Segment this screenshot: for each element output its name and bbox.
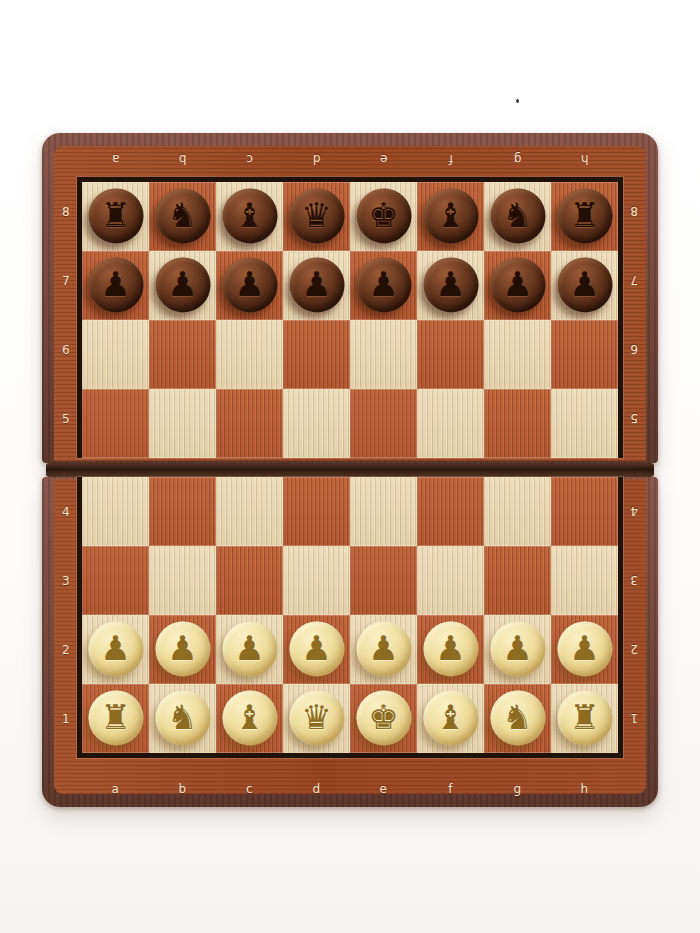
pawn-glyph: ♟ [234, 267, 264, 301]
queen-glyph: ♛ [301, 198, 331, 232]
file-label-bottom-d: d [283, 778, 350, 800]
rook-glyph: ♜ [569, 700, 599, 734]
piece-white-pawn-a2[interactable]: ♟ [88, 621, 143, 676]
rank-label-right-6: 6 [621, 315, 647, 384]
square-b3[interactable] [149, 546, 216, 615]
file-label-top-a: a [82, 148, 149, 170]
square-a7[interactable]: ♟ [82, 251, 149, 320]
square-b5[interactable] [149, 389, 216, 458]
file-label-bottom-f: f [417, 778, 484, 800]
square-e4[interactable] [350, 477, 417, 546]
dust-speck [516, 99, 519, 103]
file-label-top-d: d [283, 148, 350, 170]
square-e1[interactable]: ♚ [350, 684, 417, 753]
piece-black-queen-d8[interactable]: ♛ [289, 188, 344, 243]
piece-white-pawn-b2[interactable]: ♟ [155, 621, 210, 676]
square-f8[interactable]: ♝ [417, 182, 484, 251]
piece-white-knight-b1[interactable]: ♞ [155, 690, 210, 745]
file-label-bottom-c: c [216, 778, 283, 800]
pawn-glyph: ♟ [368, 267, 398, 301]
rook-glyph: ♜ [100, 198, 130, 232]
square-a5[interactable] [82, 389, 149, 458]
square-h5[interactable] [551, 389, 618, 458]
square-h1[interactable]: ♜ [551, 684, 618, 753]
file-label-top-c: c [216, 148, 283, 170]
square-e7[interactable]: ♟ [350, 251, 417, 320]
square-f6[interactable] [417, 320, 484, 389]
board-top-half: abcdefgh 8765 8765 ♜♞♝♛♚♝♞♜♟♟♟♟♟♟♟♟ [42, 133, 658, 463]
square-a4[interactable] [82, 477, 149, 546]
pawn-glyph: ♟ [167, 267, 197, 301]
piece-white-pawn-c2[interactable]: ♟ [222, 621, 277, 676]
piece-black-bishop-f8[interactable]: ♝ [423, 188, 478, 243]
piece-black-pawn-h7[interactable]: ♟ [557, 257, 612, 312]
piece-white-rook-a1[interactable]: ♜ [88, 690, 143, 745]
piece-white-bishop-f1[interactable]: ♝ [423, 690, 478, 745]
piece-white-rook-h1[interactable]: ♜ [557, 690, 612, 745]
rank-label-left-4: 4 [53, 477, 79, 546]
square-g8[interactable]: ♞ [484, 182, 551, 251]
rook-glyph: ♜ [569, 198, 599, 232]
squares-grid-top: ♜♞♝♛♚♝♞♜♟♟♟♟♟♟♟♟ [82, 182, 618, 458]
square-b8[interactable]: ♞ [149, 182, 216, 251]
square-e6[interactable] [350, 320, 417, 389]
pawn-glyph: ♟ [502, 631, 532, 665]
file-label-bottom-h: h [551, 778, 618, 800]
piece-black-knight-g8[interactable]: ♞ [490, 188, 545, 243]
piece-black-rook-a8[interactable]: ♜ [88, 188, 143, 243]
pawn-glyph: ♟ [569, 267, 599, 301]
piece-black-pawn-g7[interactable]: ♟ [490, 257, 545, 312]
square-a8[interactable]: ♜ [82, 182, 149, 251]
pawn-glyph: ♟ [368, 631, 398, 665]
file-label-top-h: h [551, 148, 618, 170]
file-label-bottom-g: g [484, 778, 551, 800]
square-f5[interactable] [417, 389, 484, 458]
square-g2[interactable]: ♟ [484, 615, 551, 684]
square-c7[interactable]: ♟ [216, 251, 283, 320]
square-c6[interactable] [216, 320, 283, 389]
squares-grid-bottom: ♟♟♟♟♟♟♟♟♜♞♝♛♚♝♞♜ [82, 477, 618, 753]
square-h7[interactable]: ♟ [551, 251, 618, 320]
square-b6[interactable] [149, 320, 216, 389]
square-b7[interactable]: ♟ [149, 251, 216, 320]
queen-glyph: ♛ [301, 700, 331, 734]
square-d4[interactable] [283, 477, 350, 546]
square-b2[interactable]: ♟ [149, 615, 216, 684]
piece-black-pawn-e7[interactable]: ♟ [356, 257, 411, 312]
rank-label-right-2: 2 [621, 615, 647, 684]
square-g7[interactable]: ♟ [484, 251, 551, 320]
file-label-top-f: f [417, 148, 484, 170]
square-e8[interactable]: ♚ [350, 182, 417, 251]
piece-white-pawn-f2[interactable]: ♟ [423, 621, 478, 676]
pawn-glyph: ♟ [569, 631, 599, 665]
square-f4[interactable] [417, 477, 484, 546]
square-f1[interactable]: ♝ [417, 684, 484, 753]
rank-label-left-3: 3 [53, 546, 79, 615]
square-c8[interactable]: ♝ [216, 182, 283, 251]
board-bottom-half: abcdefgh 4321 4321 ♟♟♟♟♟♟♟♟♜♞♝♛♚♝♞♜ [42, 477, 658, 807]
rank-labels-bottom-right: 4321 [621, 477, 647, 753]
piece-black-pawn-f7[interactable]: ♟ [423, 257, 478, 312]
rank-label-right-4: 4 [621, 477, 647, 546]
piece-black-knight-b8[interactable]: ♞ [155, 188, 210, 243]
bishop-glyph: ♝ [234, 198, 264, 232]
square-f2[interactable]: ♟ [417, 615, 484, 684]
pawn-glyph: ♟ [167, 631, 197, 665]
square-g4[interactable] [484, 477, 551, 546]
king-glyph: ♚ [368, 198, 398, 232]
square-d6[interactable] [283, 320, 350, 389]
rank-label-right-7: 7 [621, 246, 647, 315]
square-e2[interactable]: ♟ [350, 615, 417, 684]
piece-white-pawn-e2[interactable]: ♟ [356, 621, 411, 676]
knight-glyph: ♞ [502, 700, 532, 734]
knight-glyph: ♞ [502, 198, 532, 232]
square-c5[interactable] [216, 389, 283, 458]
piece-white-pawn-g2[interactable]: ♟ [490, 621, 545, 676]
pawn-glyph: ♟ [301, 267, 331, 301]
file-label-top-b: b [149, 148, 216, 170]
square-c4[interactable] [216, 477, 283, 546]
square-a1[interactable]: ♜ [82, 684, 149, 753]
rank-label-right-5: 5 [621, 384, 647, 453]
piece-white-king-e1[interactable]: ♚ [356, 690, 411, 745]
rank-label-right-1: 1 [621, 684, 647, 753]
square-a3[interactable] [82, 546, 149, 615]
pawn-glyph: ♟ [301, 631, 331, 665]
knight-glyph: ♞ [167, 198, 197, 232]
chess-board: abcdefgh 8765 8765 ♜♞♝♛♚♝♞♜♟♟♟♟♟♟♟♟ abcd… [42, 133, 658, 807]
piece-white-pawn-h2[interactable]: ♟ [557, 621, 612, 676]
square-d1[interactable]: ♛ [283, 684, 350, 753]
square-h3[interactable] [551, 546, 618, 615]
square-h6[interactable] [551, 320, 618, 389]
piece-white-pawn-d2[interactable]: ♟ [289, 621, 344, 676]
square-b4[interactable] [149, 477, 216, 546]
knight-glyph: ♞ [167, 700, 197, 734]
square-g6[interactable] [484, 320, 551, 389]
square-c1[interactable]: ♝ [216, 684, 283, 753]
square-f3[interactable] [417, 546, 484, 615]
square-b1[interactable]: ♞ [149, 684, 216, 753]
pawn-glyph: ♟ [502, 267, 532, 301]
rank-labels-bottom-left: 4321 [53, 477, 79, 753]
pawn-glyph: ♟ [100, 267, 130, 301]
rank-label-left-8: 8 [53, 177, 79, 246]
pawn-glyph: ♟ [435, 267, 465, 301]
piece-black-pawn-a7[interactable]: ♟ [88, 257, 143, 312]
square-f7[interactable]: ♟ [417, 251, 484, 320]
square-d3[interactable] [283, 546, 350, 615]
piece-black-king-e8[interactable]: ♚ [356, 188, 411, 243]
file-label-bottom-b: b [149, 778, 216, 800]
piece-white-knight-g1[interactable]: ♞ [490, 690, 545, 745]
rank-label-left-6: 6 [53, 315, 79, 384]
square-e3[interactable] [350, 546, 417, 615]
rank-labels-top-right: 8765 [621, 177, 647, 453]
rank-label-right-3: 3 [621, 546, 647, 615]
square-d7[interactable]: ♟ [283, 251, 350, 320]
rank-labels-top-left: 8765 [53, 177, 79, 453]
file-label-top-g: g [484, 148, 551, 170]
piece-white-queen-d1[interactable]: ♛ [289, 690, 344, 745]
file-label-bottom-a: a [82, 778, 149, 800]
king-glyph: ♚ [368, 700, 398, 734]
square-c3[interactable] [216, 546, 283, 615]
piece-black-rook-h8[interactable]: ♜ [557, 188, 612, 243]
photo-background: abcdefgh 8765 8765 ♜♞♝♛♚♝♞♜♟♟♟♟♟♟♟♟ abcd… [0, 0, 700, 933]
square-a2[interactable]: ♟ [82, 615, 149, 684]
rank-label-left-2: 2 [53, 615, 79, 684]
square-e5[interactable] [350, 389, 417, 458]
board-hinge [46, 463, 654, 477]
pawn-glyph: ♟ [100, 631, 130, 665]
piece-white-bishop-c1[interactable]: ♝ [222, 690, 277, 745]
playing-area-border-bottom: ♟♟♟♟♟♟♟♟♜♞♝♛♚♝♞♜ [77, 477, 623, 758]
piece-black-pawn-c7[interactable]: ♟ [222, 257, 277, 312]
square-d5[interactable] [283, 389, 350, 458]
square-h4[interactable] [551, 477, 618, 546]
file-labels-bottom: abcdefgh [82, 778, 618, 800]
piece-black-pawn-b7[interactable]: ♟ [155, 257, 210, 312]
rank-label-left-5: 5 [53, 384, 79, 453]
square-c2[interactable]: ♟ [216, 615, 283, 684]
square-g3[interactable] [484, 546, 551, 615]
square-d2[interactable]: ♟ [283, 615, 350, 684]
square-h2[interactable]: ♟ [551, 615, 618, 684]
bishop-glyph: ♝ [234, 700, 264, 734]
playing-area-border-top: ♜♞♝♛♚♝♞♜♟♟♟♟♟♟♟♟ [77, 177, 623, 458]
square-d8[interactable]: ♛ [283, 182, 350, 251]
rank-label-left-7: 7 [53, 246, 79, 315]
bishop-glyph: ♝ [435, 198, 465, 232]
bishop-glyph: ♝ [435, 700, 465, 734]
pawn-glyph: ♟ [234, 631, 264, 665]
square-h8[interactable]: ♜ [551, 182, 618, 251]
rank-label-right-8: 8 [621, 177, 647, 246]
pawn-glyph: ♟ [435, 631, 465, 665]
square-g5[interactable] [484, 389, 551, 458]
square-a6[interactable] [82, 320, 149, 389]
piece-black-pawn-d7[interactable]: ♟ [289, 257, 344, 312]
file-labels-top: abcdefgh [82, 148, 618, 170]
file-label-top-e: e [350, 148, 417, 170]
square-g1[interactable]: ♞ [484, 684, 551, 753]
rook-glyph: ♜ [100, 700, 130, 734]
piece-black-bishop-c8[interactable]: ♝ [222, 188, 277, 243]
rank-label-left-1: 1 [53, 684, 79, 753]
file-label-bottom-e: e [350, 778, 417, 800]
